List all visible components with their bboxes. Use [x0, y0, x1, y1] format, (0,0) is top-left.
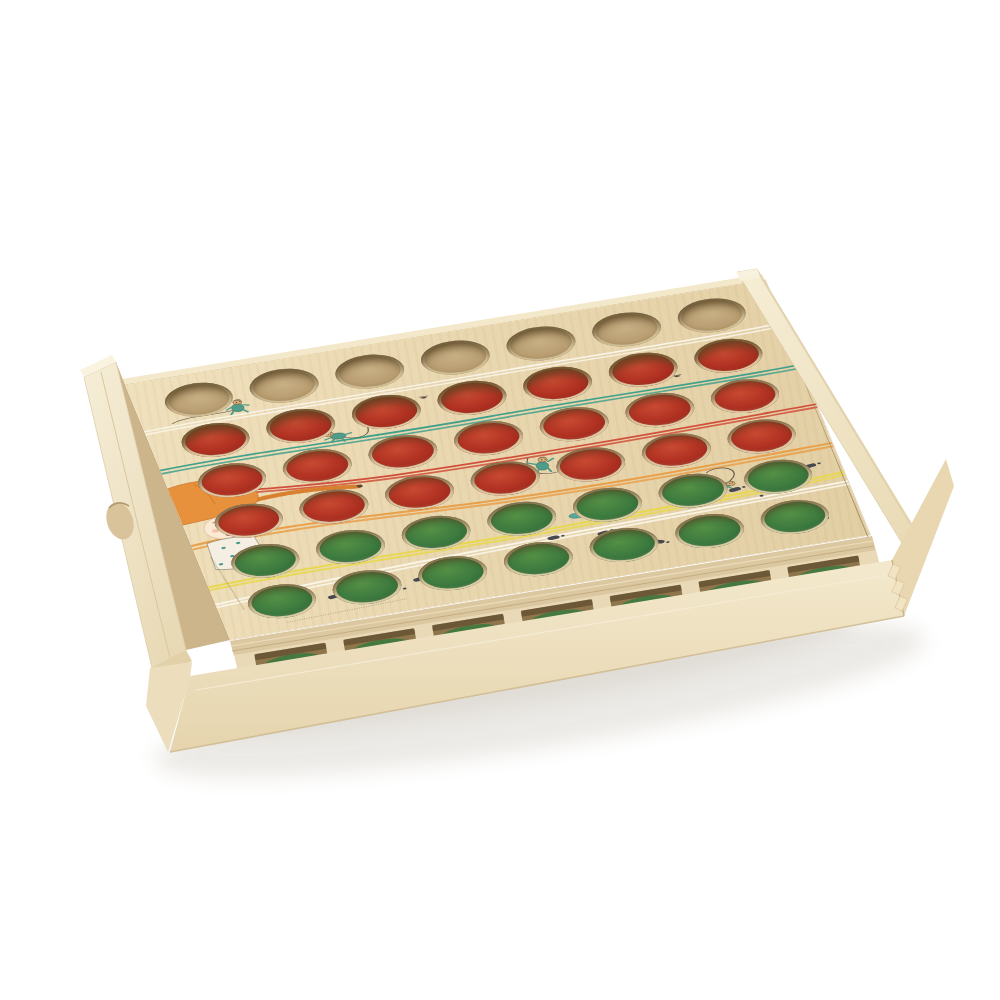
green-disc [413, 551, 494, 595]
red-disc [379, 471, 460, 515]
green-disc [755, 495, 836, 539]
red-disc [192, 459, 273, 503]
red-disc [346, 390, 427, 434]
red-disc [619, 388, 700, 432]
green-disc [310, 525, 391, 569]
game-board-lid [125, 280, 870, 640]
red-disc [175, 418, 256, 462]
red-disc [208, 499, 289, 543]
green-disc [498, 537, 579, 581]
empty-hole [244, 364, 325, 408]
red-disc [721, 415, 802, 459]
green-disc [669, 509, 750, 553]
green-disc [738, 455, 819, 499]
green-disc [584, 523, 665, 567]
green-disc [225, 539, 306, 583]
green-disc [327, 565, 408, 609]
red-disc [294, 485, 375, 529]
red-disc [603, 348, 684, 392]
red-disc [517, 362, 598, 406]
green-disc [652, 469, 733, 513]
green-disc [481, 497, 562, 541]
empty-hole [159, 378, 240, 422]
hole-grid [125, 280, 870, 640]
green-disc [396, 511, 477, 555]
red-disc [688, 334, 769, 378]
red-disc [432, 376, 513, 420]
red-disc [550, 443, 631, 487]
empty-hole [415, 336, 496, 380]
red-disc [363, 430, 444, 474]
empty-hole [672, 294, 753, 338]
handle-notch [102, 499, 138, 543]
red-disc [705, 374, 786, 418]
green-disc [242, 579, 323, 623]
empty-hole [330, 350, 411, 394]
empty-hole [501, 322, 582, 366]
empty-hole [586, 308, 667, 352]
finger-joints [888, 564, 908, 611]
green-disc [567, 483, 648, 527]
red-disc [636, 429, 717, 473]
tray-right-side [888, 459, 954, 616]
red-disc [534, 402, 615, 446]
product-photo-wooden-connect-four [0, 0, 1000, 1000]
red-disc [261, 404, 342, 448]
red-disc [465, 457, 546, 501]
red-disc [277, 445, 358, 489]
red-disc [448, 416, 529, 460]
